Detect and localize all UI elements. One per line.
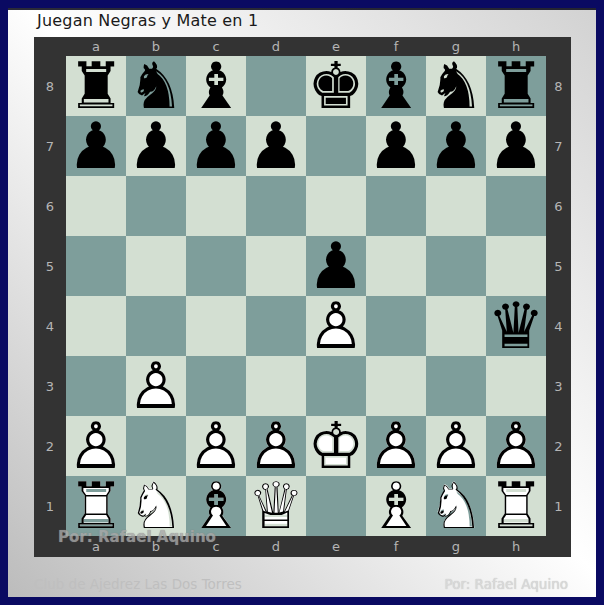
square-a1[interactable]: ♜♖ [66,476,126,536]
square-a4[interactable] [66,296,126,356]
piece-glyph: ♘ [426,476,486,536]
file-label-bottom-c: c [186,536,246,557]
square-b6[interactable] [126,176,186,236]
piece-glyph: ♜ [66,56,126,116]
piece-black-pawn[interactable]: ♟ [486,116,546,176]
piece-glyph: ♙ [126,356,186,416]
square-a3[interactable] [66,356,126,416]
square-d5[interactable] [246,236,306,296]
piece-glyph: ♜ [66,476,126,536]
piece-glyph: ♝ [186,56,246,116]
piece-white-rook[interactable]: ♜♖ [486,476,546,536]
rank-label-left-7: 7 [34,116,66,176]
piece-glyph: ♟ [366,116,426,176]
rank-label-right-4: 4 [546,296,571,356]
square-e3[interactable] [306,356,366,416]
piece-glyph: ♔ [306,416,366,476]
file-label-top-e: e [306,37,366,56]
piece-black-pawn[interactable]: ♟ [426,116,486,176]
piece-white-pawn[interactable]: ♟♙ [126,356,186,416]
rank-label-right-7: 7 [546,116,571,176]
square-h3[interactable] [486,356,546,416]
piece-black-pawn[interactable]: ♟ [366,116,426,176]
square-f6[interactable] [366,176,426,236]
piece-glyph: ♟ [66,116,126,176]
rank-label-left-3: 3 [34,356,66,416]
square-c5[interactable] [186,236,246,296]
piece-glyph: ♙ [186,416,246,476]
piece-glyph: ♗ [366,476,426,536]
piece-glyph: ♞ [426,476,486,536]
square-e1[interactable] [306,476,366,536]
rank-label-left-1: 1 [34,476,66,536]
square-c8[interactable]: ♝ [186,56,246,116]
square-b8[interactable]: ♞ [126,56,186,116]
square-a5[interactable] [66,236,126,296]
piece-glyph: ♙ [66,416,126,476]
piece-black-pawn[interactable]: ♟ [306,236,366,296]
piece-white-pawn[interactable]: ♟♙ [186,416,246,476]
square-b5[interactable] [126,236,186,296]
square-f1[interactable]: ♝♗ [366,476,426,536]
square-d2[interactable]: ♟♙ [246,416,306,476]
square-d1[interactable]: ♛♕ [246,476,306,536]
square-f2[interactable]: ♟♙ [366,416,426,476]
piece-glyph: ♞ [426,56,486,116]
rank-label-right-5: 5 [546,236,571,296]
piece-glyph: ♟ [126,356,186,416]
square-g4[interactable] [426,296,486,356]
rank-label-left-4: 4 [34,296,66,356]
piece-white-bishop[interactable]: ♝♗ [366,476,426,536]
square-g8[interactable]: ♞ [426,56,486,116]
square-f5[interactable] [366,236,426,296]
piece-glyph: ♚ [306,416,366,476]
square-a8[interactable]: ♜ [66,56,126,116]
piece-black-king[interactable]: ♚ [306,56,366,116]
rank-label-left-8: 8 [34,56,66,116]
piece-glyph: ♙ [366,416,426,476]
piece-black-knight[interactable]: ♞ [426,56,486,116]
piece-white-knight[interactable]: ♞♘ [126,476,186,536]
piece-white-bishop[interactable]: ♝♗ [186,476,246,536]
file-label-bottom-h: h [486,536,546,557]
piece-black-queen[interactable]: ♛ [486,296,546,356]
piece-glyph: ♗ [186,476,246,536]
square-e2[interactable]: ♚♔ [306,416,366,476]
square-f8[interactable]: ♝ [366,56,426,116]
piece-glyph: ♟ [246,416,306,476]
file-label-bottom-e: e [306,536,366,557]
piece-glyph: ♛ [246,476,306,536]
square-d4[interactable] [246,296,306,356]
square-b4[interactable] [126,296,186,356]
piece-glyph: ♖ [66,476,126,536]
file-label-bottom-f: f [366,536,426,557]
square-d8[interactable] [246,56,306,116]
square-e5[interactable]: ♟ [306,236,366,296]
square-b3[interactable]: ♟♙ [126,356,186,416]
square-a2[interactable]: ♟♙ [66,416,126,476]
piece-black-bishop[interactable]: ♝ [186,56,246,116]
piece-glyph: ♝ [366,476,426,536]
file-label-bottom-d: d [246,536,306,557]
puzzle-title: Juegan Negras y Mate en 1 [37,11,258,30]
square-g2[interactable]: ♟♙ [426,416,486,476]
square-e6[interactable] [306,176,366,236]
rank-label-left-5: 5 [34,236,66,296]
piece-white-pawn[interactable]: ♟♙ [426,416,486,476]
square-g3[interactable] [426,356,486,416]
square-e4[interactable]: ♟♙ [306,296,366,356]
square-e7[interactable] [306,116,366,176]
piece-glyph: ♟ [426,116,486,176]
piece-white-pawn[interactable]: ♟♙ [366,416,426,476]
piece-black-rook[interactable]: ♜ [486,56,546,116]
rank-label-right-8: 8 [546,56,571,116]
square-h1[interactable]: ♜♖ [486,476,546,536]
piece-glyph: ♙ [306,296,366,356]
piece-black-pawn[interactable]: ♟ [126,116,186,176]
piece-glyph: ♟ [486,116,546,176]
file-label-bottom-g: g [426,536,486,557]
file-label-top-c: c [186,37,246,56]
square-d6[interactable] [246,176,306,236]
footer: Club de Ajedrez Las Dos Torres Por: Rafa… [34,576,568,592]
square-d3[interactable] [246,356,306,416]
piece-white-queen[interactable]: ♛♕ [246,476,306,536]
file-label-top-f: f [366,37,426,56]
square-h8[interactable]: ♜ [486,56,546,116]
piece-glyph: ♙ [426,416,486,476]
footer-club-name: Club de Ajedrez Las Dos Torres [34,576,242,592]
piece-glyph: ♟ [186,116,246,176]
piece-white-pawn[interactable]: ♟♙ [486,416,546,476]
piece-glyph: ♜ [486,56,546,116]
piece-black-knight[interactable]: ♞ [126,56,186,116]
piece-glyph: ♜ [486,476,546,536]
square-c7[interactable]: ♟ [186,116,246,176]
piece-white-pawn[interactable]: ♟♙ [66,416,126,476]
frame-corner [34,536,66,557]
file-label-top-h: h [486,37,546,56]
square-b2[interactable] [126,416,186,476]
piece-glyph: ♟ [486,416,546,476]
piece-glyph: ♟ [366,416,426,476]
square-c4[interactable] [186,296,246,356]
square-c2[interactable]: ♟♙ [186,416,246,476]
square-d7[interactable]: ♟ [246,116,306,176]
frame-corner [546,37,571,56]
square-a7[interactable]: ♟ [66,116,126,176]
file-label-top-b: b [126,37,186,56]
square-h6[interactable] [486,176,546,236]
square-h2[interactable]: ♟♙ [486,416,546,476]
square-g5[interactable] [426,236,486,296]
square-b1[interactable]: ♞♘ [126,476,186,536]
piece-black-pawn[interactable]: ♟ [186,116,246,176]
piece-glyph: ♟ [306,296,366,356]
square-h7[interactable]: ♟ [486,116,546,176]
rank-label-right-2: 2 [546,416,571,476]
piece-black-bishop[interactable]: ♝ [366,56,426,116]
square-a6[interactable] [66,176,126,236]
piece-glyph: ♟ [126,116,186,176]
square-f7[interactable]: ♟ [366,116,426,176]
square-f3[interactable] [366,356,426,416]
rank-label-right-6: 6 [546,176,571,236]
piece-glyph: ♟ [186,416,246,476]
file-label-top-a: a [66,37,126,56]
frame-corner [34,37,66,56]
piece-glyph: ♚ [306,56,366,116]
square-g7[interactable]: ♟ [426,116,486,176]
frame-corner [546,536,571,557]
piece-white-pawn[interactable]: ♟♙ [306,296,366,356]
piece-glyph: ♟ [66,416,126,476]
piece-glyph: ♟ [306,236,366,296]
piece-black-pawn[interactable]: ♟ [66,116,126,176]
file-label-top-d: d [246,37,306,56]
chess-board: abcdefgh8♜♞♝♚♝♞♜87♟♟♟♟♟♟♟7665♟54♟♙♛43♟♙3… [34,37,571,557]
square-g1[interactable]: ♞♘ [426,476,486,536]
piece-black-pawn[interactable]: ♟ [246,116,306,176]
file-label-bottom-b: b [126,536,186,557]
piece-white-knight[interactable]: ♞♘ [426,476,486,536]
square-g6[interactable] [426,176,486,236]
rank-label-left-6: 6 [34,176,66,236]
piece-glyph: ♛ [486,296,546,356]
piece-glyph: ♕ [246,476,306,536]
piece-glyph: ♞ [126,56,186,116]
piece-glyph: ♟ [246,116,306,176]
piece-glyph: ♘ [126,476,186,536]
rank-label-right-1: 1 [546,476,571,536]
piece-white-king[interactable]: ♚♔ [306,416,366,476]
square-c1[interactable]: ♝♗ [186,476,246,536]
square-c3[interactable] [186,356,246,416]
piece-glyph: ♝ [366,56,426,116]
footer-author: Por: Rafael Aquino [445,576,569,592]
file-label-bottom-a: a [66,536,126,557]
piece-white-rook[interactable]: ♜♖ [66,476,126,536]
square-f4[interactable] [366,296,426,356]
square-b7[interactable]: ♟ [126,116,186,176]
piece-glyph: ♞ [126,476,186,536]
puzzle-card: Juegan Negras y Mate en 1 abcdefgh8♜♞♝♚♝… [0,0,604,605]
piece-glyph: ♙ [246,416,306,476]
square-h4[interactable]: ♛ [486,296,546,356]
piece-glyph: ♝ [186,476,246,536]
piece-glyph: ♙ [486,416,546,476]
square-c6[interactable] [186,176,246,236]
piece-white-pawn[interactable]: ♟♙ [246,416,306,476]
rank-label-left-2: 2 [34,416,66,476]
piece-black-rook[interactable]: ♜ [66,56,126,116]
piece-glyph: ♖ [486,476,546,536]
square-h5[interactable] [486,236,546,296]
square-e8[interactable]: ♚ [306,56,366,116]
rank-label-right-3: 3 [546,356,571,416]
file-label-top-g: g [426,37,486,56]
piece-glyph: ♟ [426,416,486,476]
